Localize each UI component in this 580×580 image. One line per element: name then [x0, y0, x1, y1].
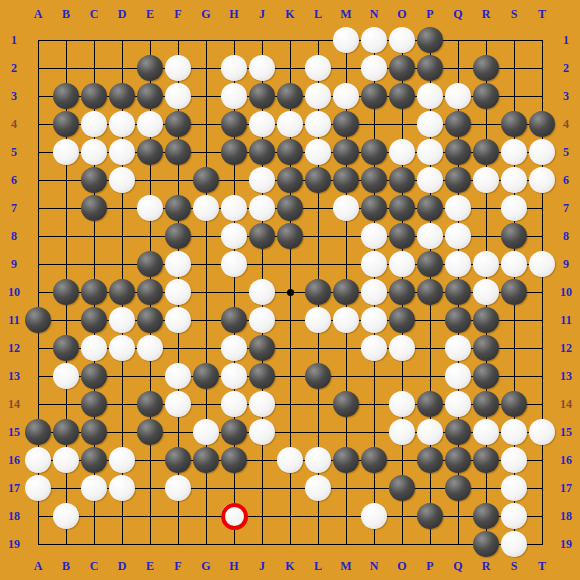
stone-black[interactable]	[277, 139, 303, 165]
stone-white[interactable]	[529, 251, 555, 277]
stone-white[interactable]	[501, 167, 527, 193]
stone-white[interactable]	[445, 195, 471, 221]
hoshi-dot	[287, 289, 294, 296]
stone-black[interactable]	[445, 307, 471, 333]
stone-black[interactable]	[389, 223, 415, 249]
stone-white[interactable]	[221, 55, 247, 81]
stone-black[interactable]	[473, 391, 499, 417]
stone-black[interactable]	[473, 83, 499, 109]
stone-white[interactable]	[53, 447, 79, 473]
coord-label: J	[249, 7, 275, 21]
stone-white[interactable]	[529, 419, 555, 445]
stone-black[interactable]	[137, 83, 163, 109]
stone-black[interactable]	[81, 391, 107, 417]
stone-black[interactable]	[81, 195, 107, 221]
stone-black[interactable]	[333, 167, 359, 193]
stone-white[interactable]	[81, 111, 107, 137]
stone-white[interactable]	[501, 419, 527, 445]
stone-white[interactable]	[193, 419, 219, 445]
stone-white[interactable]	[305, 111, 331, 137]
coord-label: 12	[553, 341, 579, 355]
stone-black[interactable]	[137, 419, 163, 445]
stone-white[interactable]	[389, 251, 415, 277]
stone-white[interactable]	[501, 251, 527, 277]
stone-white[interactable]	[249, 55, 275, 81]
stone-black[interactable]	[305, 363, 331, 389]
stone-white[interactable]	[361, 251, 387, 277]
coord-label: C	[81, 7, 107, 21]
stone-black[interactable]	[417, 503, 443, 529]
coord-label: 18	[553, 509, 579, 523]
coord-label: Q	[445, 559, 471, 573]
stone-white[interactable]	[361, 27, 387, 53]
coord-label: J	[249, 559, 275, 573]
coord-label: T	[529, 7, 555, 21]
coord-label: 14	[1, 397, 27, 411]
stone-black[interactable]	[333, 139, 359, 165]
stone-white[interactable]	[501, 447, 527, 473]
stone-white[interactable]	[417, 111, 443, 137]
coord-label: G	[193, 559, 219, 573]
stone-black[interactable]	[249, 223, 275, 249]
stone-black[interactable]	[137, 55, 163, 81]
stone-white[interactable]	[165, 251, 191, 277]
stone-black[interactable]	[25, 307, 51, 333]
stone-white[interactable]	[249, 419, 275, 445]
stone-black[interactable]	[81, 279, 107, 305]
stone-white[interactable]	[221, 251, 247, 277]
stone-black[interactable]	[361, 167, 387, 193]
coord-label: 18	[1, 509, 27, 523]
stone-black[interactable]	[53, 335, 79, 361]
stone-white[interactable]	[473, 167, 499, 193]
stone-black[interactable]	[165, 111, 191, 137]
stone-black[interactable]	[501, 279, 527, 305]
grid-line	[38, 516, 543, 517]
stone-black[interactable]	[445, 167, 471, 193]
stone-white[interactable]	[305, 139, 331, 165]
stone-white[interactable]	[389, 27, 415, 53]
coord-label: F	[165, 7, 191, 21]
stone-black[interactable]	[249, 363, 275, 389]
coord-label: A	[25, 7, 51, 21]
stone-black[interactable]	[389, 307, 415, 333]
coord-label: 11	[1, 313, 27, 327]
coord-label: B	[53, 559, 79, 573]
stone-black[interactable]	[445, 139, 471, 165]
stone-black[interactable]	[277, 195, 303, 221]
stone-black[interactable]	[277, 167, 303, 193]
coord-label: H	[221, 559, 247, 573]
stone-white[interactable]	[305, 447, 331, 473]
stone-black[interactable]	[417, 195, 443, 221]
stone-black[interactable]	[137, 139, 163, 165]
stone-white[interactable]	[333, 307, 359, 333]
stone-white[interactable]	[165, 307, 191, 333]
stone-black[interactable]	[81, 419, 107, 445]
stone-black[interactable]	[445, 447, 471, 473]
coord-label: 6	[1, 173, 27, 187]
stone-white[interactable]	[109, 335, 135, 361]
stone-white[interactable]	[305, 475, 331, 501]
coord-label: P	[417, 7, 443, 21]
stone-black[interactable]	[445, 111, 471, 137]
stone-white[interactable]	[221, 335, 247, 361]
coord-label: 11	[553, 313, 579, 327]
stone-white[interactable]	[165, 55, 191, 81]
stone-black[interactable]	[53, 279, 79, 305]
stone-black[interactable]	[53, 111, 79, 137]
stone-black[interactable]	[389, 83, 415, 109]
stone-black[interactable]	[473, 503, 499, 529]
coord-label: 15	[553, 425, 579, 439]
stone-white[interactable]	[165, 83, 191, 109]
coord-label: R	[473, 7, 499, 21]
coord-label: C	[81, 559, 107, 573]
stone-black[interactable]	[249, 335, 275, 361]
stone-black[interactable]	[333, 447, 359, 473]
coord-label: 8	[1, 229, 27, 243]
stone-white[interactable]	[221, 195, 247, 221]
stone-black[interactable]	[389, 167, 415, 193]
coord-label: G	[193, 7, 219, 21]
stone-black[interactable]	[221, 111, 247, 137]
stone-white[interactable]	[333, 195, 359, 221]
coord-label: 10	[553, 285, 579, 299]
stone-white[interactable]	[417, 419, 443, 445]
stone-black[interactable]	[473, 55, 499, 81]
stone-black[interactable]	[221, 307, 247, 333]
stone-black[interactable]	[389, 279, 415, 305]
stone-white[interactable]	[501, 139, 527, 165]
stone-black[interactable]	[445, 279, 471, 305]
stone-white[interactable]	[165, 391, 191, 417]
coord-label: 14	[553, 397, 579, 411]
stone-black[interactable]	[305, 167, 331, 193]
stone-white[interactable]	[221, 391, 247, 417]
coord-label: L	[305, 7, 331, 21]
stone-black[interactable]	[277, 223, 303, 249]
stone-white[interactable]	[305, 307, 331, 333]
stone-white[interactable]	[109, 139, 135, 165]
stone-white[interactable]	[109, 167, 135, 193]
stone-black[interactable]	[81, 83, 107, 109]
stone-white[interactable]	[445, 251, 471, 277]
stone-black[interactable]	[361, 447, 387, 473]
stone-black[interactable]	[193, 363, 219, 389]
stone-white[interactable]	[53, 139, 79, 165]
stone-black[interactable]	[137, 307, 163, 333]
stone-black[interactable]	[277, 83, 303, 109]
stone-black[interactable]	[109, 279, 135, 305]
coord-label: O	[389, 559, 415, 573]
coord-label: 3	[553, 89, 579, 103]
stone-white[interactable]	[417, 139, 443, 165]
coord-label: 10	[1, 285, 27, 299]
stone-black[interactable]	[53, 83, 79, 109]
stone-black[interactable]	[249, 83, 275, 109]
stone-black[interactable]	[473, 335, 499, 361]
coord-label: 13	[553, 369, 579, 383]
stone-black[interactable]	[417, 251, 443, 277]
stone-white[interactable]	[249, 167, 275, 193]
stone-white[interactable]	[25, 447, 51, 473]
stone-black[interactable]	[193, 167, 219, 193]
coord-label: D	[109, 559, 135, 573]
stone-white[interactable]	[165, 363, 191, 389]
stone-black[interactable]	[417, 279, 443, 305]
coord-label: O	[389, 7, 415, 21]
stone-white[interactable]	[389, 139, 415, 165]
stone-black[interactable]	[473, 447, 499, 473]
coord-label: N	[361, 7, 387, 21]
stone-white[interactable]	[501, 503, 527, 529]
stone-white[interactable]	[53, 363, 79, 389]
stone-black[interactable]	[417, 391, 443, 417]
stone-black[interactable]	[333, 111, 359, 137]
stone-white[interactable]	[109, 307, 135, 333]
stone-black[interactable]	[473, 307, 499, 333]
coord-label: 3	[1, 89, 27, 103]
stone-white[interactable]	[81, 139, 107, 165]
coord-label: 12	[1, 341, 27, 355]
coord-label: H	[221, 7, 247, 21]
coord-label: N	[361, 559, 387, 573]
stone-white[interactable]	[249, 195, 275, 221]
coord-label: 8	[553, 229, 579, 243]
last-move-marker	[221, 503, 248, 530]
stone-black[interactable]	[333, 391, 359, 417]
stone-black[interactable]	[165, 223, 191, 249]
coord-label: D	[109, 7, 135, 21]
coord-label: B	[53, 7, 79, 21]
stone-black[interactable]	[165, 195, 191, 221]
stone-white[interactable]	[361, 335, 387, 361]
coord-label: T	[529, 559, 555, 573]
stone-black[interactable]	[81, 363, 107, 389]
stone-white[interactable]	[277, 447, 303, 473]
coord-label: 9	[553, 257, 579, 271]
stone-white[interactable]	[137, 335, 163, 361]
stone-white[interactable]	[193, 195, 219, 221]
stone-white[interactable]	[137, 195, 163, 221]
stone-white[interactable]	[221, 363, 247, 389]
stone-black[interactable]	[389, 55, 415, 81]
stone-black[interactable]	[137, 279, 163, 305]
stone-white[interactable]	[249, 307, 275, 333]
stone-black[interactable]	[473, 531, 499, 557]
coord-label: 19	[553, 537, 579, 551]
coord-label: 17	[553, 481, 579, 495]
coord-label: M	[333, 559, 359, 573]
stone-white[interactable]	[165, 475, 191, 501]
stone-white[interactable]	[445, 363, 471, 389]
coord-label: K	[277, 559, 303, 573]
stone-black[interactable]	[221, 419, 247, 445]
stone-black[interactable]	[389, 475, 415, 501]
stone-white[interactable]	[529, 139, 555, 165]
stone-white[interactable]	[333, 27, 359, 53]
stone-black[interactable]	[417, 447, 443, 473]
coord-label: 1	[1, 33, 27, 47]
coord-label: 1	[553, 33, 579, 47]
coord-label: 15	[1, 425, 27, 439]
stone-black[interactable]	[361, 83, 387, 109]
stone-white[interactable]	[473, 251, 499, 277]
go-board[interactable]: ABCDEFGHJKLMNOPQRST ABCDEFGHJKLMNOPQRST …	[0, 0, 580, 580]
stone-white[interactable]	[501, 531, 527, 557]
coord-label: E	[137, 559, 163, 573]
stone-black[interactable]	[249, 139, 275, 165]
stone-white[interactable]	[109, 447, 135, 473]
coord-label: 5	[553, 145, 579, 159]
coord-label: 2	[553, 61, 579, 75]
coord-label: E	[137, 7, 163, 21]
stone-white[interactable]	[361, 279, 387, 305]
coord-label: 17	[1, 481, 27, 495]
stone-black[interactable]	[333, 279, 359, 305]
coord-label: 5	[1, 145, 27, 159]
coord-label: Q	[445, 7, 471, 21]
stone-black[interactable]	[221, 447, 247, 473]
stone-black[interactable]	[445, 475, 471, 501]
coord-label: 13	[1, 369, 27, 383]
coord-label: R	[473, 559, 499, 573]
stone-black[interactable]	[81, 167, 107, 193]
stone-white[interactable]	[361, 307, 387, 333]
stone-white[interactable]	[333, 83, 359, 109]
coord-label: 6	[553, 173, 579, 187]
stone-white[interactable]	[249, 111, 275, 137]
coord-label: K	[277, 7, 303, 21]
coord-label: F	[165, 559, 191, 573]
stone-white[interactable]	[445, 83, 471, 109]
stone-white[interactable]	[361, 55, 387, 81]
stone-white[interactable]	[137, 111, 163, 137]
stone-black[interactable]	[53, 419, 79, 445]
stone-black[interactable]	[501, 391, 527, 417]
coord-label: M	[333, 7, 359, 21]
stone-white[interactable]	[445, 391, 471, 417]
stone-white[interactable]	[529, 167, 555, 193]
stone-white[interactable]	[473, 279, 499, 305]
coord-label: 7	[1, 201, 27, 215]
stone-white[interactable]	[109, 111, 135, 137]
stone-white[interactable]	[445, 223, 471, 249]
stone-white[interactable]	[25, 475, 51, 501]
coord-label: 9	[1, 257, 27, 271]
stone-black[interactable]	[473, 363, 499, 389]
stone-white[interactable]	[417, 167, 443, 193]
stone-white[interactable]	[165, 279, 191, 305]
stone-white[interactable]	[417, 223, 443, 249]
stone-white[interactable]	[221, 83, 247, 109]
stone-black[interactable]	[501, 223, 527, 249]
coord-label: 19	[1, 537, 27, 551]
stone-white[interactable]	[249, 391, 275, 417]
coord-label: 4	[553, 117, 579, 131]
stone-white[interactable]	[249, 279, 275, 305]
stone-white[interactable]	[389, 335, 415, 361]
stone-black[interactable]	[361, 139, 387, 165]
stone-white[interactable]	[221, 223, 247, 249]
stone-white[interactable]	[109, 475, 135, 501]
coord-label: 16	[1, 453, 27, 467]
coord-label: 16	[553, 453, 579, 467]
stone-black[interactable]	[25, 419, 51, 445]
stone-white[interactable]	[389, 419, 415, 445]
stone-white[interactable]	[53, 503, 79, 529]
stone-black[interactable]	[389, 195, 415, 221]
coord-label: P	[417, 559, 443, 573]
stone-black[interactable]	[361, 195, 387, 221]
stone-black[interactable]	[165, 139, 191, 165]
coord-label: 2	[1, 61, 27, 75]
stone-black[interactable]	[473, 139, 499, 165]
stone-black[interactable]	[445, 419, 471, 445]
stone-white[interactable]	[277, 111, 303, 137]
stone-black[interactable]	[81, 447, 107, 473]
stone-black[interactable]	[81, 307, 107, 333]
stone-white[interactable]	[305, 83, 331, 109]
coord-label: L	[305, 559, 331, 573]
coord-label: S	[501, 7, 527, 21]
stone-white[interactable]	[81, 335, 107, 361]
stone-black[interactable]	[305, 279, 331, 305]
stone-black[interactable]	[137, 391, 163, 417]
stone-black[interactable]	[417, 55, 443, 81]
stone-white[interactable]	[445, 335, 471, 361]
stone-white[interactable]	[501, 475, 527, 501]
stone-white[interactable]	[81, 475, 107, 501]
stone-black[interactable]	[165, 447, 191, 473]
stone-white[interactable]	[361, 223, 387, 249]
coord-label: 4	[1, 117, 27, 131]
stone-white[interactable]	[417, 83, 443, 109]
stone-black[interactable]	[221, 139, 247, 165]
stone-white[interactable]	[473, 419, 499, 445]
grid-line	[38, 544, 543, 545]
stone-black[interactable]	[529, 111, 555, 137]
coord-label: S	[501, 559, 527, 573]
stone-black[interactable]	[193, 447, 219, 473]
stone-black[interactable]	[501, 111, 527, 137]
stone-white[interactable]	[501, 195, 527, 221]
stone-black[interactable]	[137, 251, 163, 277]
coord-label: A	[25, 559, 51, 573]
stone-white[interactable]	[389, 391, 415, 417]
stone-white[interactable]	[305, 55, 331, 81]
coord-label: 7	[553, 201, 579, 215]
stone-white[interactable]	[361, 503, 387, 529]
stone-black[interactable]	[417, 27, 443, 53]
stone-black[interactable]	[109, 83, 135, 109]
